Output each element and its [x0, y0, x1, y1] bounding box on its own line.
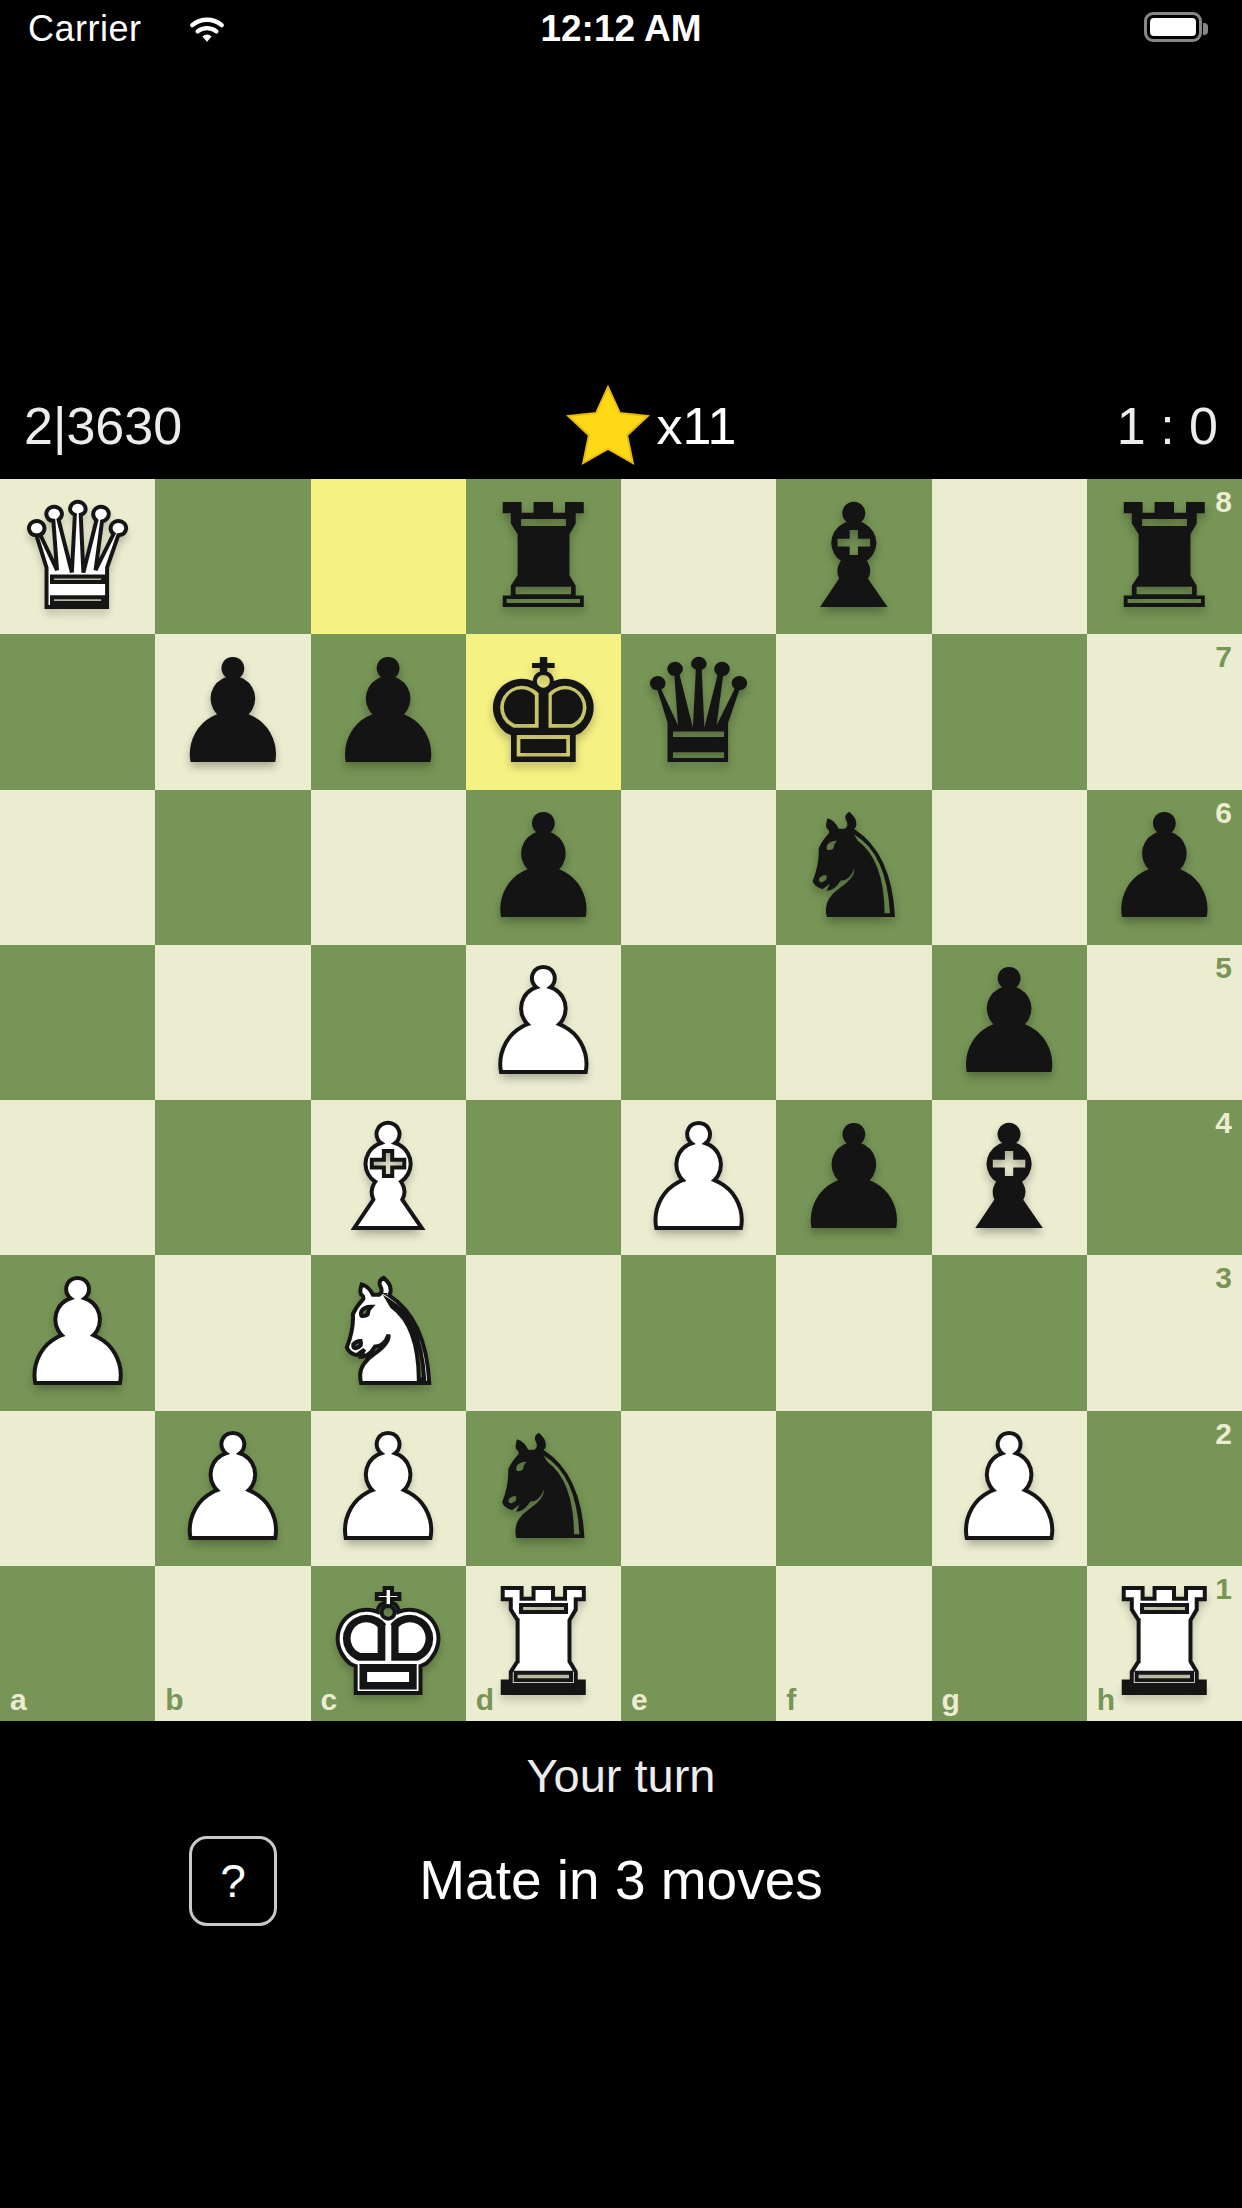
turn-indicator: Your turn: [0, 1748, 1242, 1803]
piece-black-pawn-g5[interactable]: ♟: [932, 945, 1087, 1100]
square-g7[interactable]: [932, 634, 1087, 789]
file-label-g: g: [942, 1683, 960, 1717]
square-g2[interactable]: ♟: [932, 1411, 1087, 1566]
square-g3[interactable]: [932, 1255, 1087, 1410]
square-b6[interactable]: [155, 790, 310, 945]
clock: 12:12 AM: [0, 8, 1242, 50]
status-bar: Carrier 12:12 AM: [0, 0, 1242, 62]
square-g1[interactable]: g: [932, 1566, 1087, 1721]
square-c2[interactable]: ♟: [311, 1411, 466, 1566]
square-f8[interactable]: ♝: [776, 479, 931, 634]
square-f3[interactable]: [776, 1255, 931, 1410]
square-c4[interactable]: ♝: [311, 1100, 466, 1255]
square-h1[interactable]: 1h♜: [1087, 1566, 1242, 1721]
square-e2[interactable]: [621, 1411, 776, 1566]
rank-label-3: 3: [1215, 1261, 1232, 1295]
piece-black-bishop-g4[interactable]: ♝: [932, 1100, 1087, 1255]
chess-board[interactable]: ♛♜♝8♜♟♟♚♛7♟♞6♟♟♟5♝♟♟♝4♟♞3♟♟♞♟2abc♚d♜efg1…: [0, 479, 1242, 1721]
rank-label-2: 2: [1215, 1417, 1232, 1451]
piece-white-knight-c3[interactable]: ♞: [311, 1255, 466, 1410]
piece-white-pawn-e4[interactable]: ♟: [621, 1100, 776, 1255]
piece-white-bishop-c4[interactable]: ♝: [311, 1100, 466, 1255]
piece-white-pawn-a3[interactable]: ♟: [0, 1255, 155, 1410]
square-a4[interactable]: [0, 1100, 155, 1255]
square-c7[interactable]: ♟: [311, 634, 466, 789]
square-g6[interactable]: [932, 790, 1087, 945]
square-f4[interactable]: ♟: [776, 1100, 931, 1255]
square-a3[interactable]: ♟: [0, 1255, 155, 1410]
piece-white-rook-h1[interactable]: ♜: [1087, 1566, 1242, 1721]
piece-black-knight-f6[interactable]: ♞: [776, 790, 931, 945]
rank-label-4: 4: [1215, 1106, 1232, 1140]
star-count: x11: [656, 396, 736, 456]
square-h2[interactable]: 2: [1087, 1411, 1242, 1566]
file-label-f: f: [786, 1683, 796, 1717]
piece-black-knight-d2[interactable]: ♞: [466, 1411, 621, 1566]
piece-white-pawn-b2[interactable]: ♟: [155, 1411, 310, 1566]
piece-black-pawn-f4[interactable]: ♟: [776, 1100, 931, 1255]
square-a8[interactable]: ♛: [0, 479, 155, 634]
square-a2[interactable]: [0, 1411, 155, 1566]
square-e6[interactable]: [621, 790, 776, 945]
piece-black-pawn-b7[interactable]: ♟: [155, 634, 310, 789]
square-f2[interactable]: [776, 1411, 931, 1566]
square-e5[interactable]: [621, 945, 776, 1100]
rank-label-7: 7: [1215, 640, 1232, 674]
square-d3[interactable]: [466, 1255, 621, 1410]
square-a6[interactable]: [0, 790, 155, 945]
file-label-b: b: [165, 1683, 183, 1717]
star-icon: [562, 380, 654, 472]
score-counter: 2|3630: [24, 396, 182, 456]
square-f6[interactable]: ♞: [776, 790, 931, 945]
square-h3[interactable]: 3: [1087, 1255, 1242, 1410]
square-e1[interactable]: e: [621, 1566, 776, 1721]
square-d1[interactable]: d♜: [466, 1566, 621, 1721]
square-h5[interactable]: 5: [1087, 945, 1242, 1100]
square-b3[interactable]: [155, 1255, 310, 1410]
square-c8[interactable]: [311, 479, 466, 634]
puzzle-objective: Mate in 3 moves: [0, 1848, 1242, 1912]
square-e8[interactable]: [621, 479, 776, 634]
square-a5[interactable]: [0, 945, 155, 1100]
piece-black-pawn-d6[interactable]: ♟: [466, 790, 621, 945]
square-b2[interactable]: ♟: [155, 1411, 310, 1566]
square-b5[interactable]: [155, 945, 310, 1100]
piece-black-king-d7[interactable]: ♚: [466, 634, 621, 789]
battery-icon: [1144, 12, 1202, 42]
piece-black-rook-d8[interactable]: ♜: [466, 479, 621, 634]
piece-white-pawn-g2[interactable]: ♟: [932, 1411, 1087, 1566]
square-b7[interactable]: ♟: [155, 634, 310, 789]
square-d8[interactable]: ♜: [466, 479, 621, 634]
square-h8[interactable]: 8♜: [1087, 479, 1242, 634]
square-h7[interactable]: 7: [1087, 634, 1242, 789]
square-f7[interactable]: [776, 634, 931, 789]
square-h4[interactable]: 4: [1087, 1100, 1242, 1255]
file-label-a: a: [10, 1683, 27, 1717]
square-b1[interactable]: b: [155, 1566, 310, 1721]
piece-white-pawn-d5[interactable]: ♟: [466, 945, 621, 1100]
square-a1[interactable]: a: [0, 1566, 155, 1721]
piece-white-king-c1[interactable]: ♚: [311, 1566, 466, 1721]
square-b4[interactable]: [155, 1100, 310, 1255]
rank-label-5: 5: [1215, 951, 1232, 985]
square-e3[interactable]: [621, 1255, 776, 1410]
square-g4[interactable]: ♝: [932, 1100, 1087, 1255]
square-d4[interactable]: [466, 1100, 621, 1255]
square-g8[interactable]: [932, 479, 1087, 634]
square-c1[interactable]: c♚: [311, 1566, 466, 1721]
piece-white-queen-a8[interactable]: ♛: [0, 479, 155, 634]
square-d6[interactable]: ♟: [466, 790, 621, 945]
piece-black-queen-e7[interactable]: ♛: [621, 634, 776, 789]
square-c5[interactable]: [311, 945, 466, 1100]
square-d2[interactable]: ♞: [466, 1411, 621, 1566]
square-a7[interactable]: [0, 634, 155, 789]
square-f1[interactable]: f: [776, 1566, 931, 1721]
piece-black-pawn-h6[interactable]: ♟: [1087, 790, 1242, 945]
square-h6[interactable]: 6♟: [1087, 790, 1242, 945]
piece-black-pawn-c7[interactable]: ♟: [311, 634, 466, 789]
square-f5[interactable]: [776, 945, 931, 1100]
square-e4[interactable]: ♟: [621, 1100, 776, 1255]
square-d5[interactable]: ♟: [466, 945, 621, 1100]
file-label-e: e: [631, 1683, 648, 1717]
square-b8[interactable]: [155, 479, 310, 634]
piece-white-rook-d1[interactable]: ♜: [466, 1566, 621, 1721]
square-c3[interactable]: ♞: [311, 1255, 466, 1410]
piece-black-rook-h8[interactable]: ♜: [1087, 479, 1242, 634]
match-result: 1 : 0: [1117, 396, 1218, 456]
square-g5[interactable]: ♟: [932, 945, 1087, 1100]
square-d7[interactable]: ♚: [466, 634, 621, 789]
square-e7[interactable]: ♛: [621, 634, 776, 789]
piece-white-pawn-c2[interactable]: ♟: [311, 1411, 466, 1566]
game-header: 2|3630 x11 1 : 0: [0, 374, 1242, 478]
piece-black-bishop-f8[interactable]: ♝: [776, 479, 931, 634]
square-c6[interactable]: [311, 790, 466, 945]
